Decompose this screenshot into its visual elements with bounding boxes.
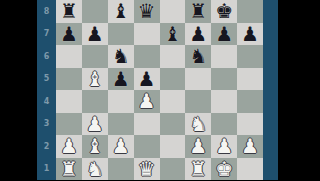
square-c7[interactable]	[108, 23, 134, 46]
piece-black-queen-d8[interactable]: ♛	[138, 1, 156, 21]
square-b3[interactable]: ♟	[82, 113, 108, 136]
square-e5[interactable]	[160, 68, 186, 91]
square-h8[interactable]	[237, 0, 263, 23]
piece-white-pawn-f2[interactable]: ♟	[189, 136, 207, 156]
square-c2[interactable]: ♟	[108, 135, 134, 158]
piece-white-king-g1[interactable]: ♚	[215, 158, 233, 178]
square-d8[interactable]: ♛	[134, 0, 160, 23]
piece-black-king-g8[interactable]: ♚	[215, 1, 233, 21]
piece-white-pawn-g2[interactable]: ♟	[215, 136, 233, 156]
square-e7[interactable]: ♝	[160, 23, 186, 46]
square-a6[interactable]	[56, 45, 82, 68]
piece-white-pawn-a2[interactable]: ♟	[60, 136, 78, 156]
square-d4[interactable]: ♟	[134, 90, 160, 113]
square-f7[interactable]: ♟	[185, 23, 211, 46]
board-right-frame	[263, 0, 278, 180]
square-g6[interactable]	[211, 45, 237, 68]
rank-label-4: 4	[37, 90, 56, 113]
square-c3[interactable]	[108, 113, 134, 136]
square-a3[interactable]	[56, 113, 82, 136]
square-e4[interactable]	[160, 90, 186, 113]
square-h5[interactable]	[237, 68, 263, 91]
piece-black-rook-f8[interactable]: ♜	[189, 1, 207, 21]
piece-black-rook-a8[interactable]: ♜	[60, 1, 78, 21]
piece-black-bishop-e7[interactable]: ♝	[163, 23, 181, 43]
square-f3[interactable]: ♞	[185, 113, 211, 136]
square-h7[interactable]: ♟	[237, 23, 263, 46]
piece-white-knight-b1[interactable]: ♞	[86, 158, 104, 178]
piece-white-knight-f3[interactable]: ♞	[189, 113, 207, 133]
square-b7[interactable]: ♟	[82, 23, 108, 46]
piece-white-pawn-c2[interactable]: ♟	[112, 136, 130, 156]
square-f4[interactable]	[185, 90, 211, 113]
square-h2[interactable]: ♟	[237, 135, 263, 158]
square-d5[interactable]: ♟	[134, 68, 160, 91]
square-d7[interactable]	[134, 23, 160, 46]
piece-black-bishop-c8[interactable]: ♝	[112, 1, 130, 21]
square-h6[interactable]	[237, 45, 263, 68]
square-b5[interactable]: ♝	[82, 68, 108, 91]
square-g3[interactable]	[211, 113, 237, 136]
piece-black-pawn-f7[interactable]: ♟	[189, 23, 207, 43]
piece-black-pawn-h7[interactable]: ♟	[241, 23, 259, 43]
square-b6[interactable]	[82, 45, 108, 68]
square-e1[interactable]	[160, 158, 186, 181]
piece-black-pawn-g7[interactable]: ♟	[215, 23, 233, 43]
square-f5[interactable]	[185, 68, 211, 91]
square-c4[interactable]	[108, 90, 134, 113]
square-f8[interactable]: ♜	[185, 0, 211, 23]
square-c8[interactable]: ♝	[108, 0, 134, 23]
piece-black-pawn-a7[interactable]: ♟	[60, 23, 78, 43]
rank-coordinates-strip: 8 7 6 5 4 3 2 1	[37, 0, 56, 180]
piece-white-pawn-b3[interactable]: ♟	[86, 113, 104, 133]
rank-label-8: 8	[37, 0, 56, 23]
piece-white-pawn-h2[interactable]: ♟	[241, 136, 259, 156]
square-g8[interactable]: ♚	[211, 0, 237, 23]
square-h4[interactable]	[237, 90, 263, 113]
square-f6[interactable]: ♞	[185, 45, 211, 68]
piece-black-pawn-d5[interactable]: ♟	[138, 68, 156, 88]
square-c1[interactable]	[108, 158, 134, 181]
square-e6[interactable]	[160, 45, 186, 68]
chess-board: ♜♝♛♜♚♟♟♝♟♟♟♞♞♝♟♟♟♟♞♟♝♟♟♟♟♜♞♛♜♚	[56, 0, 263, 180]
square-d1[interactable]: ♛	[134, 158, 160, 181]
square-b1[interactable]: ♞	[82, 158, 108, 181]
square-b8[interactable]	[82, 0, 108, 23]
square-d2[interactable]	[134, 135, 160, 158]
rank-label-1: 1	[37, 158, 56, 181]
square-h1[interactable]	[237, 158, 263, 181]
square-g1[interactable]: ♚	[211, 158, 237, 181]
square-c5[interactable]: ♟	[108, 68, 134, 91]
chess-app-window: 8 7 6 5 4 3 2 1 ♜♝♛♜♚♟♟♝♟♟♟♞♞♝♟♟♟♟♞♟♝♟♟♟…	[0, 0, 320, 180]
square-d6[interactable]	[134, 45, 160, 68]
piece-black-pawn-c5[interactable]: ♟	[112, 68, 130, 88]
square-f2[interactable]: ♟	[185, 135, 211, 158]
square-h3[interactable]	[237, 113, 263, 136]
square-a1[interactable]: ♜	[56, 158, 82, 181]
square-g5[interactable]	[211, 68, 237, 91]
piece-black-knight-f6[interactable]: ♞	[189, 46, 207, 66]
square-g2[interactable]: ♟	[211, 135, 237, 158]
square-a5[interactable]	[56, 68, 82, 91]
square-a4[interactable]	[56, 90, 82, 113]
square-b2[interactable]: ♝	[82, 135, 108, 158]
piece-white-rook-f1[interactable]: ♜	[189, 158, 207, 178]
square-e2[interactable]	[160, 135, 186, 158]
piece-black-knight-c6[interactable]: ♞	[112, 46, 130, 66]
square-d3[interactable]	[134, 113, 160, 136]
square-g7[interactable]: ♟	[211, 23, 237, 46]
square-a2[interactable]: ♟	[56, 135, 82, 158]
rank-label-3: 3	[37, 113, 56, 136]
piece-black-pawn-b7[interactable]: ♟	[86, 23, 104, 43]
piece-white-pawn-d4[interactable]: ♟	[138, 91, 156, 111]
rank-label-5: 5	[37, 68, 56, 91]
square-a7[interactable]: ♟	[56, 23, 82, 46]
square-a8[interactable]: ♜	[56, 0, 82, 23]
rank-label-6: 6	[37, 45, 56, 68]
rank-label-7: 7	[37, 23, 56, 46]
square-f1[interactable]: ♜	[185, 158, 211, 181]
square-c6[interactable]: ♞	[108, 45, 134, 68]
square-b4[interactable]	[82, 90, 108, 113]
square-e8[interactable]	[160, 0, 186, 23]
rank-label-2: 2	[37, 135, 56, 158]
piece-white-queen-d1[interactable]: ♛	[138, 158, 156, 178]
square-e3[interactable]	[160, 113, 186, 136]
piece-white-bishop-b5[interactable]: ♝	[86, 68, 104, 88]
piece-white-bishop-b2[interactable]: ♝	[86, 136, 104, 156]
square-g4[interactable]	[211, 90, 237, 113]
piece-white-rook-a1[interactable]: ♜	[60, 158, 78, 178]
